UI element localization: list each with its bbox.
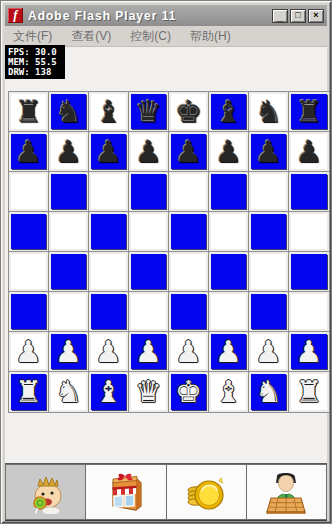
square-c5[interactable] <box>89 212 129 252</box>
square-c2[interactable]: ♟ <box>89 332 129 372</box>
square-e5[interactable] <box>169 212 209 252</box>
light-square-fill <box>251 174 286 209</box>
square-f8[interactable]: ♝ <box>209 92 249 132</box>
light-square-fill <box>171 254 206 289</box>
square-h2[interactable]: ♟ <box>289 332 329 372</box>
square-b2[interactable]: ♟ <box>49 332 89 372</box>
square-g8[interactable]: ♞ <box>249 92 289 132</box>
piece-black-p: ♟ <box>209 132 248 171</box>
square-b6[interactable] <box>49 172 89 212</box>
square-d4[interactable] <box>129 252 169 292</box>
dark-square-fill <box>91 294 126 329</box>
square-h8[interactable]: ♜ <box>289 92 329 132</box>
menu-bar: 文件(F) 查看(V) 控制(C) 帮助(H) <box>5 26 327 47</box>
piece-black-k: ♚ <box>169 92 208 131</box>
light-square-fill <box>211 294 246 329</box>
square-f4[interactable] <box>209 252 249 292</box>
square-d7[interactable]: ♟ <box>129 132 169 172</box>
piece-white-b: ♝ <box>89 372 128 412</box>
square-d2[interactable]: ♟ <box>129 332 169 372</box>
square-g6[interactable] <box>249 172 289 212</box>
square-d6[interactable] <box>129 172 169 212</box>
close-button[interactable]: × <box>308 9 324 23</box>
square-h3[interactable] <box>289 292 329 332</box>
piece-white-p: ♟ <box>9 332 48 371</box>
menu-file[interactable]: 文件(F) <box>13 28 52 45</box>
piece-white-b: ♝ <box>209 372 248 412</box>
square-b3[interactable] <box>49 292 89 332</box>
dark-square-fill <box>291 174 327 209</box>
light-square-fill <box>171 174 206 209</box>
piece-black-p: ♟ <box>169 132 208 171</box>
square-e8[interactable]: ♚ <box>169 92 209 132</box>
piece-black-b: ♝ <box>209 92 248 131</box>
square-h7[interactable]: ♟ <box>289 132 329 172</box>
piece-white-q: ♛ <box>129 372 168 412</box>
square-c3[interactable] <box>89 292 129 332</box>
maximize-button[interactable]: □ <box>290 9 306 23</box>
piece-black-r: ♜ <box>289 92 329 131</box>
piece-black-p: ♟ <box>49 132 88 171</box>
square-a8[interactable]: ♜ <box>9 92 49 132</box>
flash-stage: FPS: 30.0 MEM: 55.5 DRW: 138 ♜♞♝♛♚♝♞♜♟♟♟… <box>5 47 327 519</box>
drw-counter: DRW: 138 <box>8 67 63 77</box>
toolbar-button-player-avatar[interactable] <box>6 465 85 519</box>
piece-white-r: ♜ <box>9 372 48 412</box>
square-e7[interactable]: ♟ <box>169 132 209 172</box>
square-f5[interactable] <box>209 212 249 252</box>
piece-black-p: ♟ <box>129 132 168 171</box>
baby-avatar-icon <box>23 470 69 514</box>
square-h6[interactable] <box>289 172 329 212</box>
light-square-fill <box>11 174 46 209</box>
piece-white-n: ♞ <box>249 372 288 412</box>
dark-square-fill <box>11 214 46 249</box>
light-square-fill <box>131 294 166 329</box>
piece-white-r: ♜ <box>289 372 329 412</box>
piece-black-q: ♛ <box>129 92 168 131</box>
piece-white-n: ♞ <box>49 372 88 412</box>
square-c8[interactable]: ♝ <box>89 92 129 132</box>
piece-black-n: ♞ <box>249 92 288 131</box>
square-g3[interactable] <box>249 292 289 332</box>
gift-shop-icon <box>103 470 149 514</box>
square-a1[interactable]: ♜ <box>9 372 49 412</box>
square-g4[interactable] <box>249 252 289 292</box>
square-g2[interactable]: ♟ <box>249 332 289 372</box>
close-icon: × <box>313 11 318 20</box>
square-a7[interactable]: ♟ <box>9 132 49 172</box>
dark-square-fill <box>171 294 206 329</box>
square-h1[interactable]: ♜ <box>289 372 329 412</box>
piece-black-p: ♟ <box>289 132 329 171</box>
menu-help[interactable]: 帮助(H) <box>190 28 231 45</box>
square-e4[interactable] <box>169 252 209 292</box>
player-at-board-icon <box>263 470 309 514</box>
piece-white-p: ♟ <box>249 332 288 371</box>
window-title: Adobe Flash Player 11 <box>28 9 272 23</box>
dark-square-fill <box>51 174 86 209</box>
fps-counter: FPS: 30.0 <box>8 47 63 57</box>
performance-stats-overlay: FPS: 30.0 MEM: 55.5 DRW: 138 <box>5 45 65 79</box>
square-g7[interactable]: ♟ <box>249 132 289 172</box>
dark-square-fill <box>91 214 126 249</box>
square-c6[interactable] <box>89 172 129 212</box>
flash-player-window: f Adobe Flash Player 11 _ □ × 文件(F) 查看(V… <box>0 0 332 524</box>
light-square-fill <box>91 254 126 289</box>
dark-square-fill <box>171 214 206 249</box>
menu-view[interactable]: 查看(V) <box>71 28 111 45</box>
dark-square-fill <box>131 254 166 289</box>
square-h4[interactable] <box>289 252 329 292</box>
light-square-fill <box>251 254 286 289</box>
square-e6[interactable] <box>169 172 209 212</box>
square-d5[interactable] <box>129 212 169 252</box>
light-square-fill <box>211 214 246 249</box>
square-e3[interactable] <box>169 292 209 332</box>
piece-black-p: ♟ <box>89 132 128 171</box>
minimize-button[interactable]: _ <box>272 9 288 23</box>
square-h5[interactable] <box>289 212 329 252</box>
dark-square-fill <box>251 294 286 329</box>
light-square-fill <box>291 294 327 329</box>
piece-black-b: ♝ <box>89 92 128 131</box>
piece-white-p: ♟ <box>169 332 208 371</box>
light-square-fill <box>51 214 86 249</box>
chess-board: ♜♞♝♛♚♝♞♜♟♟♟♟♟♟♟♟♟♟♟♟♟♟♟♟♜♞♝♛♚♝♞♜ <box>8 91 330 413</box>
square-g1[interactable]: ♞ <box>249 372 289 412</box>
menu-control[interactable]: 控制(C) <box>130 28 171 45</box>
square-a6[interactable] <box>9 172 49 212</box>
dark-square-fill <box>211 254 246 289</box>
light-square-fill <box>131 214 166 249</box>
light-square-fill <box>51 294 86 329</box>
square-g5[interactable] <box>249 212 289 252</box>
maximize-icon: □ <box>295 11 300 20</box>
square-b4[interactable] <box>49 252 89 292</box>
square-c4[interactable] <box>89 252 129 292</box>
mem-counter: MEM: 55.5 <box>8 57 63 67</box>
dark-square-fill <box>51 254 86 289</box>
light-square-fill <box>291 214 327 249</box>
square-b7[interactable]: ♟ <box>49 132 89 172</box>
square-d3[interactable] <box>129 292 169 332</box>
square-c7[interactable]: ♟ <box>89 132 129 172</box>
square-b5[interactable] <box>49 212 89 252</box>
dark-square-fill <box>211 174 246 209</box>
flash-logo-icon: f <box>8 8 23 23</box>
square-b1[interactable]: ♞ <box>49 372 89 412</box>
light-square-fill <box>91 174 126 209</box>
piece-white-p: ♟ <box>289 332 329 371</box>
piece-black-n: ♞ <box>49 92 88 131</box>
square-b8[interactable]: ♞ <box>49 92 89 132</box>
square-a5[interactable] <box>9 212 49 252</box>
dark-square-fill <box>131 174 166 209</box>
square-a4[interactable] <box>9 252 49 292</box>
piece-white-p: ♟ <box>49 332 88 371</box>
square-e1[interactable]: ♚ <box>169 372 209 412</box>
square-f2[interactable]: ♟ <box>209 332 249 372</box>
square-c1[interactable]: ♝ <box>89 372 129 412</box>
title-bar[interactable]: f Adobe Flash Player 11 _ □ × <box>5 5 327 26</box>
toolbar-button-gift-shop[interactable] <box>86 465 165 519</box>
piece-white-k: ♚ <box>169 372 208 412</box>
square-f3[interactable] <box>209 292 249 332</box>
minimize-icon: _ <box>277 14 282 23</box>
square-a3[interactable] <box>9 292 49 332</box>
square-d8[interactable]: ♛ <box>129 92 169 132</box>
dark-square-fill <box>251 214 286 249</box>
gold-coins-icon <box>183 470 229 514</box>
bottom-toolbar <box>5 463 327 521</box>
square-f7[interactable]: ♟ <box>209 132 249 172</box>
light-square-fill <box>11 254 46 289</box>
piece-black-p: ♟ <box>9 132 48 171</box>
square-f6[interactable] <box>209 172 249 212</box>
square-e2[interactable]: ♟ <box>169 332 209 372</box>
square-d1[interactable]: ♛ <box>129 372 169 412</box>
toolbar-button-gold-coins[interactable] <box>167 465 246 519</box>
toolbar-button-board-seat[interactable] <box>247 465 326 519</box>
piece-white-p: ♟ <box>209 332 248 371</box>
piece-black-r: ♜ <box>9 92 48 131</box>
piece-white-p: ♟ <box>129 332 168 371</box>
piece-black-p: ♟ <box>249 132 288 171</box>
dark-square-fill <box>11 294 46 329</box>
piece-white-p: ♟ <box>89 332 128 371</box>
dark-square-fill <box>291 254 327 289</box>
square-f1[interactable]: ♝ <box>209 372 249 412</box>
square-a2[interactable]: ♟ <box>9 332 49 372</box>
